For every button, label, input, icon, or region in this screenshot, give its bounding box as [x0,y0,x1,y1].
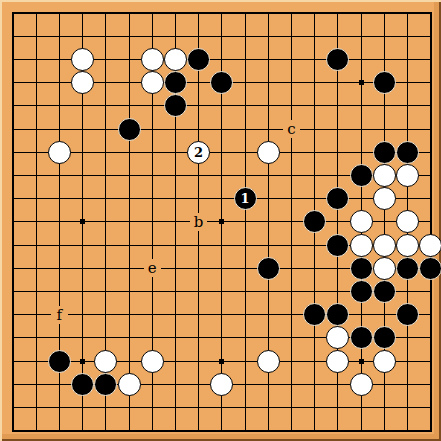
white-stone [257,141,280,164]
black-stone [210,71,233,94]
white-stone [350,210,373,233]
black-stone [303,303,326,326]
black-stone [71,373,94,396]
white-stone [141,71,164,94]
white-stone [257,350,280,373]
grid-line-horizontal [12,430,432,432]
white-stone [141,350,164,373]
white-stone [373,164,396,187]
white-stone [141,48,164,71]
black-stone [164,71,187,94]
black-stone [396,141,419,164]
black-stone [373,71,396,94]
grid-line-vertical [430,12,432,432]
star-point [219,359,224,364]
black-stone [164,94,187,117]
white-stone [373,257,396,280]
black-stone [396,257,419,280]
black-stone [350,280,373,303]
white-stone [210,373,233,396]
black-stone [373,280,396,303]
star-point [219,219,224,224]
grid-line-horizontal [12,314,432,315]
white-stone [326,326,349,349]
white-stone [419,234,441,257]
black-stone [373,326,396,349]
white-stone [373,234,396,257]
white-stone [396,234,419,257]
grid-line-horizontal [12,407,432,408]
white-stone [396,164,419,187]
black-stone [326,48,349,71]
white-stone [71,48,94,71]
black-stone [350,326,373,349]
black-stone [187,48,210,71]
black-stone [396,303,419,326]
star-point [80,219,85,224]
black-stone [350,257,373,280]
white-stone [350,234,373,257]
black-stone [373,141,396,164]
black-stone [48,350,71,373]
white-stone [48,141,71,164]
white-stone [94,350,117,373]
star-point [80,359,85,364]
black-stone [350,164,373,187]
black-stone [326,303,349,326]
move-number: 1 [234,187,257,210]
point-label: c [283,120,300,138]
black-stone [326,234,349,257]
white-stone [118,373,141,396]
black-stone [303,210,326,233]
black-stone [419,257,441,280]
white-stone [71,71,94,94]
white-stone [350,373,373,396]
white-stone [164,48,187,71]
grid-line-vertical [245,12,246,432]
white-stone [373,350,396,373]
move-number: 2 [187,141,210,164]
white-stone [373,187,396,210]
star-point [359,359,364,364]
grid-line-vertical [291,12,292,432]
point-label: b [190,213,207,231]
white-stone [396,210,419,233]
point-label: e [144,259,161,277]
black-stone [94,373,117,396]
black-stone [326,187,349,210]
point-label: f [51,306,68,324]
black-stone [257,257,280,280]
star-point [359,80,364,85]
go-board: 12cbef [0,0,441,441]
white-stone [326,350,349,373]
black-stone [118,118,141,141]
